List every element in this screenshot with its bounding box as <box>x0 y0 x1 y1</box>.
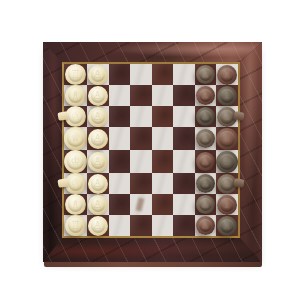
black-knight[interactable]: ♞ <box>217 174 237 194</box>
square-r6c7[interactable]: ♟ <box>195 173 217 194</box>
black-pawn[interactable]: ♟ <box>196 174 215 193</box>
piece-glyph: ♙ <box>88 65 108 85</box>
white-pawn[interactable]: ♙ <box>88 174 108 194</box>
square-r5c4[interactable] <box>130 150 152 173</box>
square-r4c5[interactable] <box>152 127 174 150</box>
white-pawn[interactable]: ♙ <box>88 65 108 85</box>
photo-background: ♖♙♟♜♗♙♟♝♘♙♟♞♕♙♟♛♔♙♟♚♘♙♟♞♗♙♟♝♖♙♟♜ <box>0 0 300 300</box>
knight-head <box>233 178 244 187</box>
square-r4c8[interactable]: ♛ <box>216 127 238 150</box>
piece-glyph: ♜ <box>217 216 237 236</box>
white-rook[interactable]: ♖ <box>65 215 86 236</box>
square-r6c5[interactable] <box>152 173 174 194</box>
black-knight[interactable]: ♞ <box>217 107 237 127</box>
square-r7c6[interactable] <box>173 194 195 215</box>
piece-glyph: ♟ <box>196 65 215 84</box>
board-frame-left <box>43 42 62 262</box>
piece-glyph: ♟ <box>196 86 215 105</box>
square-r2c3[interactable] <box>109 85 131 106</box>
square-r7c4[interactable] <box>130 194 152 215</box>
chess-board: ♖♙♟♜♗♙♟♝♘♙♟♞♕♙♟♛♔♙♟♚♘♙♟♞♗♙♟♝♖♙♟♜ <box>43 42 262 262</box>
square-r6c2[interactable]: ♙ <box>87 173 109 194</box>
brass-border-line: ♖♙♟♜♗♙♟♝♘♙♟♞♕♙♟♛♔♙♟♚♘♙♟♞♗♙♟♝♖♙♟♜ <box>62 62 240 238</box>
square-r3c3[interactable] <box>109 106 131 127</box>
piece-glyph: ♛ <box>216 128 238 150</box>
piece-glyph: ♙ <box>88 174 108 194</box>
square-r5c8[interactable]: ♚ <box>216 150 238 173</box>
square-r2c1[interactable]: ♗ <box>64 85 87 106</box>
piece-glyph: ♖ <box>65 215 86 236</box>
white-pawn[interactable]: ♙ <box>88 152 108 172</box>
square-r1c6[interactable] <box>173 64 195 85</box>
square-r1c8[interactable]: ♜ <box>216 64 238 85</box>
piece-glyph: ♙ <box>88 129 108 149</box>
square-r2c7[interactable]: ♟ <box>195 85 217 106</box>
piece-glyph: ♗ <box>65 85 86 106</box>
square-r4c7[interactable]: ♟ <box>195 127 217 150</box>
white-pawn[interactable]: ♙ <box>88 86 108 106</box>
square-r8c5[interactable] <box>152 215 174 236</box>
square-r3c4[interactable] <box>130 106 152 127</box>
square-r8c2[interactable]: ♙ <box>87 215 109 236</box>
piece-glyph: ♚ <box>216 151 238 173</box>
black-pawn[interactable]: ♟ <box>196 195 215 214</box>
square-r6c8[interactable]: ♞ <box>216 173 238 194</box>
square-r6c4[interactable] <box>130 173 152 194</box>
square-r2c8[interactable]: ♝ <box>216 85 238 106</box>
square-r6c1[interactable]: ♘ <box>64 173 87 194</box>
square-r6c6[interactable] <box>173 173 195 194</box>
black-queen[interactable]: ♛ <box>216 128 238 150</box>
white-pawn[interactable]: ♙ <box>88 195 108 215</box>
square-r1c5[interactable] <box>152 64 174 85</box>
black-bishop[interactable]: ♝ <box>217 86 237 106</box>
white-pawn[interactable]: ♙ <box>88 107 108 127</box>
white-pawn[interactable]: ♙ <box>88 216 108 236</box>
piece-glyph: ♕ <box>64 127 87 150</box>
white-king[interactable]: ♔ <box>64 150 87 173</box>
white-knight[interactable]: ♘ <box>65 173 86 194</box>
square-r7c1[interactable]: ♗ <box>64 194 87 215</box>
knight-head <box>57 178 68 188</box>
black-pawn[interactable]: ♟ <box>196 152 215 171</box>
piece-glyph: ♟ <box>196 174 215 193</box>
square-r4c2[interactable]: ♙ <box>87 127 109 150</box>
square-r1c2[interactable]: ♙ <box>87 64 109 85</box>
square-r2c2[interactable]: ♙ <box>87 85 109 106</box>
square-r3c5[interactable] <box>152 106 174 127</box>
square-r1c3[interactable] <box>109 64 131 85</box>
piece-glyph: ♙ <box>88 86 108 106</box>
square-r5c5[interactable] <box>152 150 174 173</box>
board-side-edge <box>44 262 262 267</box>
square-r4c6[interactable] <box>173 127 195 150</box>
square-r3c7[interactable]: ♟ <box>195 106 217 127</box>
black-pawn[interactable]: ♟ <box>196 86 215 105</box>
square-r3c2[interactable]: ♙ <box>87 106 109 127</box>
square-r4c4[interactable] <box>130 127 152 150</box>
white-bishop[interactable]: ♗ <box>65 85 86 106</box>
black-king[interactable]: ♚ <box>216 151 238 173</box>
board-frame-top <box>43 42 262 62</box>
piece-glyph: ♟ <box>196 152 215 171</box>
white-pawn[interactable]: ♙ <box>88 129 108 149</box>
knight-head <box>233 111 244 120</box>
square-r8c6[interactable] <box>173 215 195 236</box>
square-r7c3[interactable] <box>109 194 131 215</box>
piece-glyph: ♝ <box>217 195 237 215</box>
square-r1c7[interactable]: ♟ <box>195 64 217 85</box>
board-frame-bottom <box>43 238 262 262</box>
square-r7c8[interactable]: ♝ <box>216 194 238 215</box>
square-r2c5[interactable] <box>152 85 174 106</box>
piece-glyph: ♟ <box>196 216 215 235</box>
square-r1c4[interactable] <box>130 64 152 85</box>
white-rook[interactable]: ♖ <box>65 64 86 85</box>
board-grid: ♖♙♟♜♗♙♟♝♘♙♟♞♕♙♟♛♔♙♟♚♘♙♟♞♗♙♟♝♖♙♟♜ <box>64 64 238 236</box>
square-r2c6[interactable] <box>173 85 195 106</box>
square-r3c8[interactable]: ♞ <box>216 106 238 127</box>
black-pawn[interactable]: ♟ <box>196 129 215 148</box>
piece-glyph: ♟ <box>196 195 215 214</box>
square-r5c2[interactable]: ♙ <box>87 150 109 173</box>
piece-glyph: ♙ <box>88 216 108 236</box>
square-r5c7[interactable]: ♟ <box>195 150 217 173</box>
square-r8c4[interactable] <box>130 215 152 236</box>
square-r1c1[interactable]: ♖ <box>64 64 87 85</box>
black-bishop[interactable]: ♝ <box>217 195 237 215</box>
white-queen[interactable]: ♕ <box>64 127 87 150</box>
black-pawn[interactable]: ♟ <box>196 65 215 84</box>
square-r4c3[interactable] <box>109 127 131 150</box>
square-r8c8[interactable]: ♜ <box>216 215 238 236</box>
marble-blemish <box>136 197 145 211</box>
piece-glyph: ♟ <box>196 129 215 148</box>
square-r8c1[interactable]: ♖ <box>64 215 87 236</box>
black-rook[interactable]: ♜ <box>217 65 237 85</box>
square-r3c1[interactable]: ♘ <box>64 106 87 127</box>
white-knight[interactable]: ♘ <box>65 106 86 127</box>
piece-glyph: ♙ <box>88 195 108 215</box>
knight-head <box>57 111 68 121</box>
piece-glyph: ♙ <box>88 107 108 127</box>
piece-glyph: ♖ <box>65 64 86 85</box>
black-pawn[interactable]: ♟ <box>196 216 215 235</box>
square-r5c6[interactable] <box>173 150 195 173</box>
white-bishop[interactable]: ♗ <box>65 194 86 215</box>
piece-glyph: ♙ <box>88 152 108 172</box>
square-r7c2[interactable]: ♙ <box>87 194 109 215</box>
square-r2c4[interactable] <box>130 85 152 106</box>
board-frame-right <box>240 42 262 262</box>
square-r5c1[interactable]: ♔ <box>64 150 87 173</box>
square-r3c6[interactable] <box>173 106 195 127</box>
piece-glyph: ♝ <box>217 86 237 106</box>
square-r8c3[interactable] <box>109 215 131 236</box>
square-r8c7[interactable]: ♟ <box>195 215 217 236</box>
piece-glyph: ♔ <box>64 150 87 173</box>
piece-glyph: ♜ <box>217 65 237 85</box>
black-rook[interactable]: ♜ <box>217 216 237 236</box>
square-r4c1[interactable]: ♕ <box>64 127 87 150</box>
square-r7c7[interactable]: ♟ <box>195 194 217 215</box>
square-r6c3[interactable] <box>109 173 131 194</box>
square-r7c5[interactable] <box>152 194 174 215</box>
square-r5c3[interactable] <box>109 150 131 173</box>
piece-glyph: ♗ <box>65 194 86 215</box>
piece-glyph: ♟ <box>196 107 215 126</box>
black-pawn[interactable]: ♟ <box>196 107 215 126</box>
